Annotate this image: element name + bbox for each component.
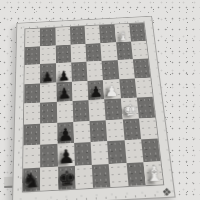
piece-white-pawn: ♟ [104,84,121,100]
square-c1: ♚ [58,165,76,189]
piece-black-king: ♚ [57,168,76,189]
square-c5: ♟ [56,81,72,102]
square-h6 [133,58,151,78]
square-c7 [55,44,71,63]
square-f5: ♟ [103,79,120,99]
piece-white-bishop: ♝ [115,29,131,42]
square-e5: ♟ [87,80,104,100]
piece-black-pawn: ♟ [40,69,56,83]
board-logo-icon: ❖ [162,187,172,198]
square-h7 [131,40,148,59]
square-d6 [71,62,87,82]
photo-scene: ♝♟♟♟♟♟♚♟♟♞♚♝ ❖ [0,0,200,200]
square-c3: ♟ [57,122,74,144]
piece-black-pawn: ♟ [56,125,74,143]
square-e3 [90,120,108,142]
square-f3 [106,119,124,141]
square-f6 [102,60,119,80]
square-b5 [40,82,56,103]
chess-board: ♝♟♟♟♟♟♚♟♟♞♚♝ ❖ [12,16,176,200]
square-h3 [139,117,158,139]
square-a8 [25,28,40,46]
piece-black-pawn: ♟ [57,146,75,166]
board-grid: ♝♟♟♟♟♟♚♟♟♞♚♝ [22,22,164,192]
square-b6: ♟ [40,63,56,83]
square-e6 [86,61,103,81]
square-a4 [24,103,40,124]
square-c2: ♟ [57,143,75,166]
square-d1 [75,164,93,188]
square-h4 [137,97,155,118]
square-b2 [40,144,57,167]
square-d2 [74,142,92,165]
square-b4 [40,102,56,123]
square-b3 [40,122,57,144]
square-e8 [85,25,101,43]
square-f8 [99,25,115,43]
piece-white-king: ♚ [121,102,138,119]
square-b1 [40,166,58,190]
square-b7 [40,45,55,64]
square-f1 [109,163,128,187]
square-a3 [24,123,41,145]
square-d7 [70,44,86,63]
square-d5 [72,81,89,101]
square-e1 [92,164,111,188]
piece-black-pawn: ♟ [88,85,105,101]
square-a2 [23,145,40,168]
square-g5 [119,78,137,98]
square-f4 [104,99,122,120]
square-h1: ♝ [143,161,163,185]
piece-black-pawn: ♟ [56,86,73,102]
square-c8 [55,27,70,45]
piece-white-bishop: ♝ [145,164,164,185]
square-f7 [101,42,118,61]
square-d4 [72,100,89,121]
square-h2 [141,139,160,162]
piece-black-knight: ♞ [22,170,41,191]
square-e7 [85,43,101,62]
square-d3 [73,121,91,143]
square-a5 [24,83,40,104]
square-a1: ♞ [23,167,41,191]
square-d8 [70,26,86,44]
square-h5 [135,77,153,97]
square-a6 [25,64,41,84]
square-g3 [122,118,141,140]
piece-black-pawn: ♟ [55,68,71,82]
square-e4 [88,99,105,120]
square-c4 [56,101,73,122]
square-b8 [40,28,55,46]
square-e2 [91,141,109,164]
square-f2 [107,140,126,163]
square-h8 [129,23,146,41]
square-a7 [25,46,40,65]
square-c6: ♟ [56,62,72,82]
